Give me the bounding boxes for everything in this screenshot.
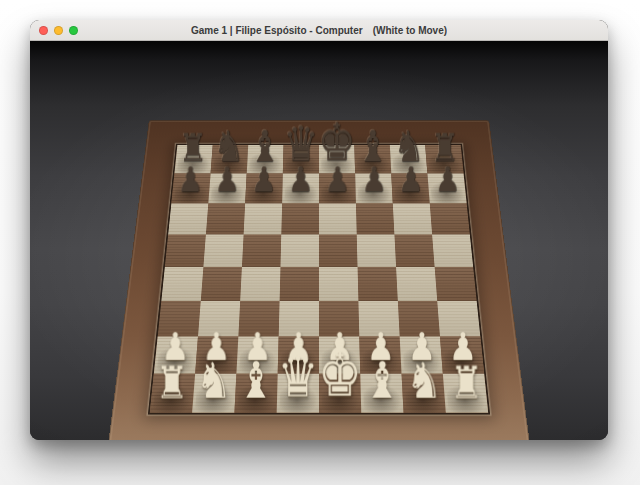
square-b4[interactable] xyxy=(201,267,242,301)
square-f2[interactable]: ♟ xyxy=(359,337,401,374)
square-h4[interactable] xyxy=(435,267,477,301)
square-b6[interactable] xyxy=(206,203,245,234)
square-a2[interactable]: ♟ xyxy=(154,337,198,374)
square-a4[interactable] xyxy=(161,267,203,301)
piece-white-queen[interactable]: ♛ xyxy=(250,350,346,406)
turn-status: (White to Move) xyxy=(373,25,447,36)
square-d3[interactable] xyxy=(279,301,319,337)
square-a3[interactable] xyxy=(158,301,201,337)
square-h7[interactable]: ♟ xyxy=(427,174,466,204)
square-c3[interactable] xyxy=(238,301,279,337)
square-f4[interactable] xyxy=(358,267,398,301)
square-g4[interactable] xyxy=(396,267,437,301)
square-d4[interactable] xyxy=(280,267,319,301)
square-g8[interactable]: ♞ xyxy=(390,145,428,174)
square-f6[interactable] xyxy=(356,203,395,234)
square-d1[interactable]: ♛ xyxy=(277,374,319,413)
square-d6[interactable] xyxy=(281,203,319,234)
square-h1[interactable]: ♜ xyxy=(443,374,488,413)
zoom-button[interactable] xyxy=(69,26,78,35)
square-h8[interactable]: ♜ xyxy=(425,145,463,174)
square-g3[interactable] xyxy=(398,301,440,337)
square-b5[interactable] xyxy=(203,234,243,267)
square-c6[interactable] xyxy=(244,203,283,234)
square-a6[interactable] xyxy=(168,203,208,234)
chess-board[interactable]: ♜♞♝♛♚♝♞♜♟♟♟♟♟♟♟♟♟♟♟♟♟♟♟♟♜♞♝♛♚♝♞♜ xyxy=(107,120,530,440)
square-a1[interactable]: ♜ xyxy=(150,374,195,413)
square-b2[interactable]: ♟ xyxy=(195,337,238,374)
square-b1[interactable]: ♞ xyxy=(192,374,236,413)
square-e4[interactable] xyxy=(319,267,358,301)
window-title: Game 1 | Filipe Espósito - Computer (Whi… xyxy=(191,25,447,36)
square-b8[interactable]: ♞ xyxy=(211,145,249,174)
square-d8[interactable]: ♛ xyxy=(283,145,319,174)
chess-app-window: Game 1 | Filipe Espósito - Computer (Whi… xyxy=(30,20,608,440)
square-f3[interactable] xyxy=(358,301,399,337)
board-wrap: ♜♞♝♛♚♝♞♜♟♟♟♟♟♟♟♟♟♟♟♟♟♟♟♟♜♞♝♛♚♝♞♜ xyxy=(130,41,507,440)
square-b3[interactable] xyxy=(198,301,240,337)
square-f8[interactable]: ♝ xyxy=(354,145,391,174)
window-titlebar[interactable]: Game 1 | Filipe Espósito - Computer (Whi… xyxy=(30,20,608,41)
square-d2[interactable]: ♟ xyxy=(278,337,319,374)
square-g2[interactable]: ♟ xyxy=(400,337,443,374)
minimize-button[interactable] xyxy=(54,26,63,35)
square-d5[interactable] xyxy=(280,234,319,267)
square-h3[interactable] xyxy=(437,301,480,337)
square-a7[interactable]: ♟ xyxy=(171,174,210,204)
square-f5[interactable] xyxy=(357,234,396,267)
square-e1[interactable]: ♚ xyxy=(319,374,361,413)
square-e6[interactable] xyxy=(319,203,357,234)
square-e2[interactable]: ♟ xyxy=(319,337,360,374)
square-e5[interactable] xyxy=(319,234,358,267)
square-g1[interactable]: ♞ xyxy=(402,374,446,413)
square-c1[interactable]: ♝ xyxy=(234,374,277,413)
window-controls xyxy=(39,20,78,40)
square-e3[interactable] xyxy=(319,301,359,337)
square-b7[interactable]: ♟ xyxy=(208,174,246,204)
square-c8[interactable]: ♝ xyxy=(247,145,284,174)
square-c7[interactable]: ♟ xyxy=(245,174,283,204)
square-g6[interactable] xyxy=(393,203,432,234)
square-h5[interactable] xyxy=(432,234,473,267)
square-g5[interactable] xyxy=(394,234,434,267)
board-squares: ♜♞♝♛♚♝♞♜♟♟♟♟♟♟♟♟♟♟♟♟♟♟♟♟♜♞♝♛♚♝♞♜ xyxy=(150,145,488,413)
square-a5[interactable] xyxy=(165,234,206,267)
game-scene: ♜♞♝♛♚♝♞♜♟♟♟♟♟♟♟♟♟♟♟♟♟♟♟♟♜♞♝♛♚♝♞♜ xyxy=(30,41,608,440)
close-button[interactable] xyxy=(39,26,48,35)
square-f1[interactable]: ♝ xyxy=(360,374,403,413)
square-c5[interactable] xyxy=(242,234,281,267)
square-h2[interactable]: ♟ xyxy=(440,337,484,374)
square-c2[interactable]: ♟ xyxy=(236,337,278,374)
square-h6[interactable] xyxy=(430,203,470,234)
square-f7[interactable]: ♟ xyxy=(355,174,393,204)
square-g7[interactable]: ♟ xyxy=(391,174,429,204)
desktop-background: Game 1 | Filipe Espósito - Computer (Whi… xyxy=(0,0,640,485)
square-c4[interactable] xyxy=(240,267,280,301)
square-e7[interactable]: ♟ xyxy=(319,174,356,204)
square-d7[interactable]: ♟ xyxy=(282,174,319,204)
square-a8[interactable]: ♜ xyxy=(174,145,212,174)
window-title-text: Game 1 | Filipe Espósito - Computer xyxy=(191,25,363,36)
square-e8[interactable]: ♚ xyxy=(319,145,355,174)
